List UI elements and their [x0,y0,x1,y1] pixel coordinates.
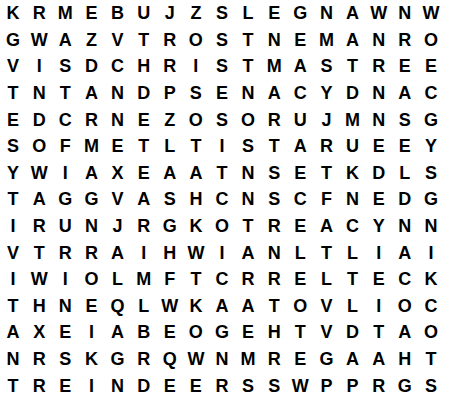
grid-cell[interactable]: F [52,133,78,160]
grid-cell[interactable]: S [183,80,209,107]
grid-cell[interactable]: I [26,53,52,80]
grid-cell[interactable]: K [418,266,444,293]
grid-cell[interactable]: T [366,319,392,346]
grid-cell[interactable]: P [313,372,339,399]
grid-cell[interactable]: L [157,133,183,160]
grid-cell[interactable]: H [157,239,183,266]
grid-cell[interactable]: O [418,27,444,54]
grid-cell[interactable]: I [78,372,104,399]
grid-cell[interactable]: E [287,266,313,293]
grid-cell[interactable]: G [313,346,339,373]
grid-cell[interactable]: R [313,133,339,160]
grid-cell[interactable]: D [392,186,418,213]
grid-cell[interactable]: A [104,319,130,346]
grid-cell[interactable]: S [209,0,235,27]
grid-cell[interactable]: C [209,186,235,213]
grid-cell[interactable]: D [26,106,52,133]
grid-cell[interactable]: E [287,27,313,54]
grid-cell[interactable]: N [209,346,235,373]
grid-cell[interactable]: E [131,160,157,187]
grid-cell[interactable]: D [131,80,157,107]
grid-cell[interactable]: T [287,319,313,346]
grid-cell[interactable]: P [340,372,366,399]
grid-cell[interactable]: G [418,106,444,133]
grid-cell[interactable]: U [340,133,366,160]
grid-cell[interactable]: N [392,213,418,240]
grid-cell[interactable]: W [157,293,183,320]
grid-cell[interactable]: H [392,346,418,373]
grid-cell[interactable]: T [313,160,339,187]
grid-cell[interactable]: M [235,346,261,373]
grid-cell[interactable]: T [52,80,78,107]
grid-cell[interactable]: A [313,213,339,240]
grid-cell[interactable]: T [0,186,26,213]
grid-cell[interactable]: M [52,0,78,27]
grid-cell[interactable]: C [287,186,313,213]
grid-cell[interactable]: G [157,213,183,240]
grid-cell[interactable]: G [209,319,235,346]
grid-cell[interactable]: Y [418,133,444,160]
grid-cell[interactable]: Q [104,293,130,320]
grid-cell[interactable]: A [287,133,313,160]
grid-cell[interactable]: E [131,106,157,133]
grid-cell[interactable]: I [209,133,235,160]
grid-cell[interactable]: G [104,346,130,373]
grid-cell[interactable]: H [131,53,157,80]
grid-cell[interactable]: E [157,319,183,346]
grid-cell[interactable]: N [235,186,261,213]
grid-cell[interactable]: R [131,346,157,373]
grid-cell[interactable]: N [366,27,392,54]
grid-cell[interactable]: O [183,106,209,133]
grid-cell[interactable]: J [157,0,183,27]
grid-cell[interactable]: T [235,213,261,240]
grid-cell[interactable]: A [78,80,104,107]
grid-cell[interactable]: L [235,0,261,27]
grid-cell[interactable]: N [52,293,78,320]
grid-cell[interactable]: O [418,319,444,346]
grid-cell[interactable]: I [366,293,392,320]
grid-cell[interactable]: T [418,346,444,373]
grid-cell[interactable]: I [418,239,444,266]
grid-cell[interactable]: X [26,319,52,346]
grid-cell[interactable]: N [261,27,287,54]
grid-cell[interactable]: N [392,0,418,27]
grid-cell[interactable]: A [392,319,418,346]
grid-cell[interactable]: T [313,239,339,266]
grid-cell[interactable]: R [52,239,78,266]
grid-cell[interactable]: A [52,27,78,54]
grid-cell[interactable]: E [209,80,235,107]
grid-cell[interactable]: R [131,213,157,240]
grid-cell[interactable]: S [235,372,261,399]
grid-cell[interactable]: C [287,80,313,107]
grid-cell[interactable]: Q [157,346,183,373]
grid-cell[interactable]: R [26,0,52,27]
grid-cell[interactable]: O [235,106,261,133]
grid-cell[interactable]: C [418,293,444,320]
grid-cell[interactable]: E [261,0,287,27]
grid-cell[interactable]: A [26,186,52,213]
grid-cell[interactable]: S [235,133,261,160]
grid-cell[interactable]: T [0,80,26,107]
grid-cell[interactable]: P [157,80,183,107]
grid-cell[interactable]: F [157,266,183,293]
grid-cell[interactable]: A [157,160,183,187]
grid-cell[interactable]: R [261,346,287,373]
grid-cell[interactable]: E [392,133,418,160]
grid-cell[interactable]: N [261,239,287,266]
grid-cell[interactable]: A [261,80,287,107]
grid-cell[interactable]: N [78,213,104,240]
grid-cell[interactable]: E [366,186,392,213]
grid-cell[interactable]: D [131,372,157,399]
grid-cell[interactable]: K [0,0,26,27]
grid-cell[interactable]: E [52,319,78,346]
grid-cell[interactable]: C [418,80,444,107]
grid-cell[interactable]: N [340,186,366,213]
grid-cell[interactable]: G [418,186,444,213]
grid-cell[interactable]: L [392,160,418,187]
grid-cell[interactable]: E [287,160,313,187]
grid-cell[interactable]: N [366,80,392,107]
grid-cell[interactable]: N [104,106,130,133]
grid-cell[interactable]: R [261,213,287,240]
grid-cell[interactable]: K [183,213,209,240]
grid-cell[interactable]: R [209,372,235,399]
grid-cell[interactable]: I [131,239,157,266]
grid-cell[interactable]: D [340,80,366,107]
grid-cell[interactable]: N [366,106,392,133]
grid-cell[interactable]: S [313,53,339,80]
grid-cell[interactable]: E [0,106,26,133]
grid-cell[interactable]: E [157,372,183,399]
grid-cell[interactable]: K [78,346,104,373]
grid-cell[interactable]: R [157,27,183,54]
grid-cell[interactable]: O [78,266,104,293]
grid-cell[interactable]: A [78,160,104,187]
grid-cell[interactable]: I [209,239,235,266]
grid-cell[interactable]: I [366,239,392,266]
grid-cell[interactable]: X [104,160,130,187]
grid-cell[interactable]: B [104,0,130,27]
grid-cell[interactable]: G [287,0,313,27]
grid-cell[interactable]: H [261,319,287,346]
grid-cell[interactable]: A [392,239,418,266]
grid-cell[interactable]: W [26,27,52,54]
grid-cell[interactable]: M [313,27,339,54]
grid-cell[interactable]: H [183,186,209,213]
grid-cell[interactable]: W [26,160,52,187]
grid-cell[interactable]: O [183,27,209,54]
grid-cell[interactable]: O [209,213,235,240]
grid-cell[interactable]: N [104,80,130,107]
grid-cell[interactable]: T [235,53,261,80]
grid-cell[interactable]: C [52,106,78,133]
grid-cell[interactable]: T [340,53,366,80]
grid-cell[interactable]: S [392,106,418,133]
grid-cell[interactable]: T [235,27,261,54]
grid-cell[interactable]: M [261,53,287,80]
grid-cell[interactable]: W [287,372,313,399]
grid-cell[interactable]: T [0,372,26,399]
grid-cell[interactable]: M [78,133,104,160]
grid-cell[interactable]: C [392,266,418,293]
grid-cell[interactable]: A [287,53,313,80]
grid-cell[interactable]: S [52,346,78,373]
grid-cell[interactable]: W [26,266,52,293]
grid-cell[interactable]: N [235,80,261,107]
grid-cell[interactable]: G [78,186,104,213]
grid-cell[interactable]: O [26,133,52,160]
grid-cell[interactable]: R [26,213,52,240]
grid-cell[interactable]: O [287,293,313,320]
grid-cell[interactable]: S [157,186,183,213]
grid-cell[interactable]: R [366,53,392,80]
grid-cell[interactable]: V [313,319,339,346]
grid-cell[interactable]: A [183,160,209,187]
grid-cell[interactable]: R [366,372,392,399]
grid-cell[interactable]: W [418,0,444,27]
grid-cell[interactable]: D [340,319,366,346]
grid-cell[interactable]: J [313,106,339,133]
grid-cell[interactable]: Z [157,106,183,133]
grid-cell[interactable]: N [26,80,52,107]
grid-cell[interactable]: A [340,346,366,373]
grid-cell[interactable]: R [26,346,52,373]
grid-cell[interactable]: H [26,293,52,320]
grid-cell[interactable]: S [209,106,235,133]
grid-cell[interactable]: E [183,372,209,399]
grid-cell[interactable]: R [261,266,287,293]
grid-cell[interactable]: N [235,160,261,187]
grid-cell[interactable]: R [392,27,418,54]
grid-cell[interactable]: T [131,133,157,160]
grid-cell[interactable]: Y [0,160,26,187]
grid-cell[interactable]: S [418,372,444,399]
grid-cell[interactable]: S [261,372,287,399]
grid-cell[interactable]: N [313,0,339,27]
grid-cell[interactable]: T [261,293,287,320]
grid-cell[interactable]: A [0,319,26,346]
grid-cell[interactable]: A [209,293,235,320]
grid-cell[interactable]: S [418,160,444,187]
grid-cell[interactable]: A [131,186,157,213]
grid-cell[interactable]: R [78,106,104,133]
grid-cell[interactable]: E [287,213,313,240]
grid-cell[interactable]: A [340,27,366,54]
grid-cell[interactable]: S [261,160,287,187]
grid-cell[interactable]: T [183,266,209,293]
grid-cell[interactable]: E [235,319,261,346]
grid-cell[interactable]: I [52,266,78,293]
grid-cell[interactable]: T [0,293,26,320]
grid-cell[interactable]: A [340,0,366,27]
grid-cell[interactable]: Z [78,27,104,54]
grid-cell[interactable]: A [235,293,261,320]
grid-cell[interactable]: V [313,293,339,320]
grid-cell[interactable]: A [392,80,418,107]
grid-cell[interactable]: N [418,213,444,240]
grid-cell[interactable]: I [183,53,209,80]
grid-cell[interactable]: S [209,27,235,54]
grid-cell[interactable]: T [131,27,157,54]
grid-cell[interactable]: Y [313,80,339,107]
grid-cell[interactable]: W [366,0,392,27]
grid-cell[interactable]: F [313,186,339,213]
grid-cell[interactable]: L [287,239,313,266]
grid-cell[interactable]: I [0,213,26,240]
grid-cell[interactable]: V [0,53,26,80]
grid-cell[interactable]: A [366,346,392,373]
grid-cell[interactable]: E [392,53,418,80]
grid-cell[interactable]: R [26,372,52,399]
grid-cell[interactable]: G [52,186,78,213]
grid-cell[interactable]: E [287,346,313,373]
grid-cell[interactable]: O [392,293,418,320]
grid-cell[interactable]: A [104,239,130,266]
grid-cell[interactable]: W [183,346,209,373]
grid-cell[interactable]: E [78,293,104,320]
grid-cell[interactable]: S [52,53,78,80]
grid-cell[interactable]: E [52,372,78,399]
grid-cell[interactable]: U [52,213,78,240]
grid-cell[interactable]: L [313,266,339,293]
grid-cell[interactable]: C [209,266,235,293]
grid-cell[interactable]: O [183,319,209,346]
grid-cell[interactable]: V [0,239,26,266]
grid-cell[interactable]: K [340,160,366,187]
grid-cell[interactable]: R [78,239,104,266]
grid-cell[interactable]: R [235,266,261,293]
grid-cell[interactable]: E [104,133,130,160]
grid-cell[interactable]: T [183,133,209,160]
grid-cell[interactable]: S [0,133,26,160]
grid-cell[interactable]: B [131,319,157,346]
grid-cell[interactable]: D [78,53,104,80]
grid-cell[interactable]: R [261,106,287,133]
word-search-grid: KRMEBUJZSLEGNAWNWGWAZVTROSTNEMANROVISDCH… [0,0,450,401]
grid-cell[interactable]: G [0,27,26,54]
grid-cell[interactable]: L [340,293,366,320]
grid-cell[interactable]: C [104,53,130,80]
grid-cell[interactable]: Z [183,0,209,27]
grid-cell[interactable]: L [340,239,366,266]
grid-cell[interactable]: G [392,372,418,399]
grid-cell[interactable]: V [104,186,130,213]
grid-cell[interactable]: M [131,266,157,293]
grid-cell[interactable]: L [104,266,130,293]
grid-cell[interactable]: T [340,266,366,293]
grid-cell[interactable]: V [104,27,130,54]
grid-cell[interactable]: E [366,133,392,160]
grid-cell[interactable]: T [261,133,287,160]
grid-cell[interactable]: I [78,319,104,346]
grid-cell[interactable]: D [366,160,392,187]
grid-cell[interactable]: A [235,239,261,266]
grid-cell[interactable]: U [287,106,313,133]
grid-cell[interactable]: T [26,239,52,266]
grid-cell[interactable]: R [157,53,183,80]
grid-cell[interactable]: T [209,160,235,187]
grid-cell[interactable]: Y [366,213,392,240]
grid-cell[interactable]: U [131,0,157,27]
grid-cell[interactable]: N [0,346,26,373]
grid-cell[interactable]: E [366,266,392,293]
grid-cell[interactable]: M [340,106,366,133]
grid-cell[interactable]: I [52,160,78,187]
grid-cell[interactable]: N [104,372,130,399]
grid-cell[interactable]: E [78,0,104,27]
grid-cell[interactable]: C [340,213,366,240]
grid-cell[interactable]: L [131,293,157,320]
grid-cell[interactable]: K [183,293,209,320]
grid-cell[interactable]: I [0,266,26,293]
grid-cell[interactable]: W [183,239,209,266]
grid-cell[interactable]: J [104,213,130,240]
grid-cell[interactable]: S [261,186,287,213]
grid-cell[interactable]: E [418,53,444,80]
grid-cell[interactable]: S [209,53,235,80]
